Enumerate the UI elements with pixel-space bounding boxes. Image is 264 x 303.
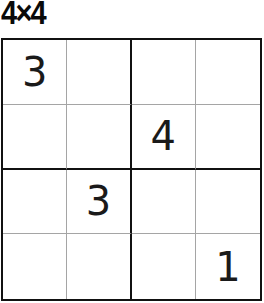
cell-r2c1[interactable] [3, 105, 67, 170]
cell-r1c2[interactable] [67, 40, 131, 105]
cell-r3c2[interactable]: 3 [67, 170, 131, 235]
cell-r3c3[interactable] [132, 170, 196, 235]
cell-r4c3[interactable] [132, 234, 196, 299]
cell-r3c1[interactable] [3, 170, 67, 235]
sudoku-page: 4×4 3431 [0, 0, 264, 303]
cell-r2c4[interactable] [196, 105, 260, 170]
cell-r1c4[interactable] [196, 40, 260, 105]
cell-r2c2[interactable] [67, 105, 131, 170]
cell-r4c2[interactable] [67, 234, 131, 299]
cell-r3c4[interactable] [196, 170, 260, 235]
puzzle-title: 4×4 [1, 0, 45, 32]
sudoku-board: 3431 [1, 38, 262, 301]
cell-r4c1[interactable] [3, 234, 67, 299]
cell-r4c4[interactable]: 1 [196, 234, 260, 299]
cell-r2c3[interactable]: 4 [132, 105, 196, 170]
cell-r1c3[interactable] [132, 40, 196, 105]
cell-r1c1[interactable]: 3 [3, 40, 67, 105]
